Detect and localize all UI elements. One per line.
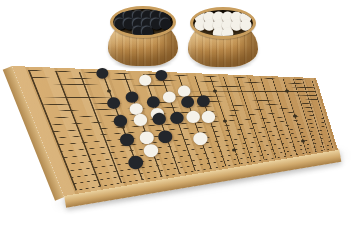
- black-stone[interactable]: ●: [129, 156, 143, 168]
- black-stone[interactable]: ●: [107, 98, 120, 108]
- go-set-scene: ●●●●●●●●●●●●●● ●●●●●●●●●●●●●● ●●●●●●●●●●…: [0, 0, 355, 232]
- black-stone[interactable]: ●: [120, 133, 134, 144]
- black-stone[interactable]: ●: [159, 18, 172, 28]
- board-cell: [159, 168, 179, 176]
- star-point: [232, 148, 236, 151]
- board-cell: [323, 145, 333, 150]
- white-stone[interactable]: ●: [221, 27, 234, 37]
- black-stone[interactable]: ●: [181, 96, 194, 106]
- white-stone[interactable]: ●: [187, 112, 200, 123]
- black-stone[interactable]: ●: [197, 96, 210, 106]
- bowl-opening: ●●●●●●●●●●●●●●: [190, 7, 256, 39]
- board-cell: [209, 161, 225, 168]
- black-stone-bowl[interactable]: ●●●●●●●●●●●●●●: [108, 4, 178, 68]
- board-cell: [140, 171, 161, 180]
- star-point: [301, 139, 305, 142]
- board-cell: [193, 163, 210, 171]
- board-cell: [223, 159, 238, 166]
- black-stone[interactable]: ●: [153, 113, 166, 124]
- star-point: [213, 90, 217, 93]
- white-stone[interactable]: ●: [163, 91, 175, 101]
- black-stone[interactable]: ●: [141, 26, 154, 36]
- board-cell: [177, 166, 195, 174]
- star-point: [285, 90, 289, 93]
- black-stone[interactable]: ●: [114, 115, 127, 126]
- star-point: [223, 119, 227, 122]
- white-stone[interactable]: ●: [202, 111, 215, 122]
- star-point: [293, 115, 297, 118]
- black-stone[interactable]: ●: [158, 130, 172, 141]
- white-stone[interactable]: ●: [144, 143, 158, 154]
- go-board[interactable]: [12, 66, 338, 196]
- black-stone[interactable]: ●: [156, 70, 168, 79]
- white-stone[interactable]: ●: [139, 75, 151, 85]
- black-stone[interactable]: ●: [170, 113, 183, 124]
- white-stone-bowl[interactable]: ●●●●●●●●●●●●●●: [188, 5, 258, 69]
- white-stone[interactable]: ●: [239, 19, 252, 29]
- white-stone[interactable]: ●: [134, 114, 147, 125]
- black-stone[interactable]: ●: [96, 68, 108, 77]
- bowl-opening: ●●●●●●●●●●●●●●: [110, 6, 176, 38]
- star-point: [107, 90, 111, 93]
- white-stone[interactable]: ●: [194, 132, 208, 143]
